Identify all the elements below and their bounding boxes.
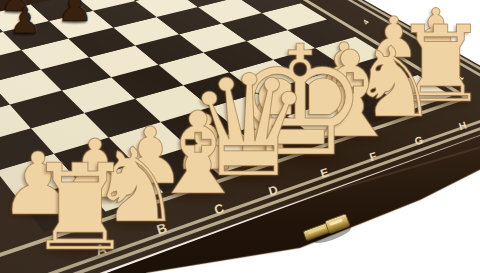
- piece-white-rook-a1[interactable]: ♜: [9, 149, 152, 268]
- piece-black-pawn-c7[interactable]: ♟: [51, 0, 100, 27]
- chess-set-photo: ABCDEFGH1234 ♟♟♟♟♟♟♜♞♝♟♚♟♛♟♝♟♟♞♜: [0, 0, 480, 273]
- piece-black-pawn-a7[interactable]: ♟: [4, 3, 46, 38]
- pieces-layer: ♟♟♟♟♟♟♜♞♝♟♚♟♛♟♝♟♟♞♜: [0, 0, 480, 273]
